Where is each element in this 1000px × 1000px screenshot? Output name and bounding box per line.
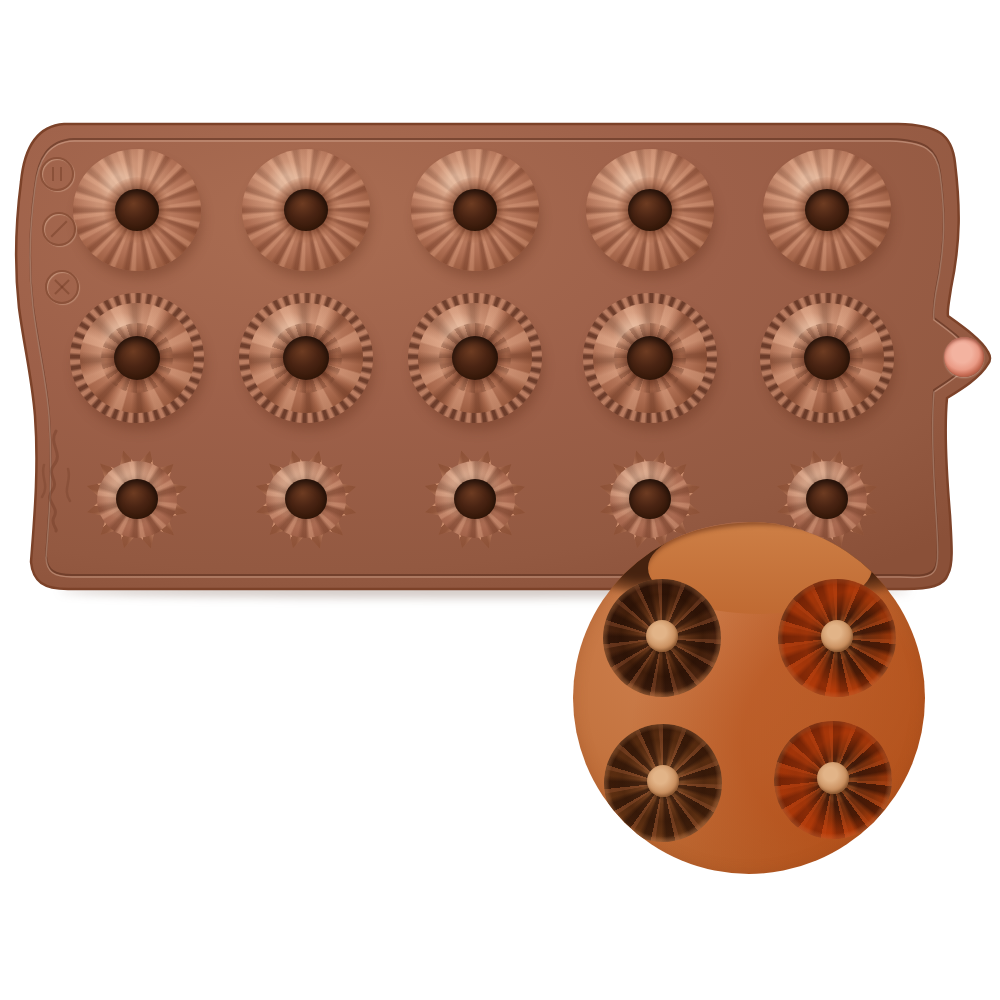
cavity-swirl-r1c4 — [586, 149, 714, 271]
cavity-hole — [115, 189, 159, 231]
cavity-fluted-r2c1 — [70, 293, 204, 423]
cavity-hole — [804, 336, 850, 380]
cavity-hole — [452, 336, 498, 380]
cavity-hole — [629, 479, 671, 519]
cavity-swirl-r1c1 — [73, 149, 201, 271]
product-photo — [0, 0, 1000, 1000]
cavity-fluted-r2c3 — [408, 293, 542, 423]
inset-cavity-bottom-right — [774, 721, 892, 839]
embossed-cross-icon — [45, 270, 79, 304]
inset-center-post — [647, 765, 679, 797]
embossed-circle-slash-icon — [42, 212, 76, 246]
cavity-hole — [283, 336, 329, 380]
cavity-swirl-r1c3 — [411, 149, 539, 271]
embossed-food-safe-icon — [40, 157, 74, 191]
icon-mark — [52, 167, 54, 181]
cavity-hole — [284, 189, 328, 231]
hanging-hole — [944, 337, 984, 377]
cavity-star-r3c1 — [66, 430, 208, 568]
cavity-hole — [805, 189, 849, 231]
icon-mark — [60, 167, 62, 181]
cavity-swirl-r1c2 — [242, 149, 370, 271]
inset-cavity-top-right — [778, 579, 896, 697]
inset-cavity-top-left — [603, 579, 721, 697]
cavity-hole — [116, 479, 158, 519]
magnified-inset — [573, 522, 925, 874]
embossed-brand-mark — [30, 425, 82, 535]
cavity-hole — [114, 336, 160, 380]
cavity-hole — [285, 479, 327, 519]
icon-mark — [51, 221, 68, 238]
cavity-star-r3c3 — [404, 430, 546, 568]
cavity-hole — [453, 189, 497, 231]
cavity-star-r3c2 — [235, 430, 377, 568]
cavity-swirl-r1c5 — [763, 149, 891, 271]
inset-center-post — [817, 762, 849, 794]
inset-center-post — [646, 620, 678, 652]
cavity-hole — [806, 479, 848, 519]
cavity-hole — [628, 189, 672, 231]
cavity-fluted-r2c4 — [583, 293, 717, 423]
inset-center-post — [821, 620, 853, 652]
cavity-hole — [454, 479, 496, 519]
cavity-fluted-r2c5 — [760, 293, 894, 423]
cavity-hole — [627, 336, 673, 380]
cavity-fluted-r2c2 — [239, 293, 373, 423]
